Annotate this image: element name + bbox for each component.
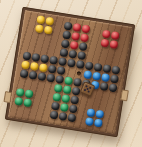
start-area-bottom-right [84, 107, 106, 129]
game-board [5, 7, 135, 137]
start-area-top-right [99, 29, 121, 51]
start-cell [22, 98, 33, 109]
marble-yellow [34, 24, 43, 33]
empty-hole [76, 71, 81, 76]
start-cell [109, 39, 120, 50]
start-area-bottom-left [13, 87, 35, 109]
marble-green [23, 98, 32, 107]
marble-red [109, 40, 118, 49]
die-pip [83, 89, 86, 92]
die-pip [85, 84, 88, 87]
marble-green [14, 97, 23, 106]
marble-yellow [36, 15, 45, 24]
start-cell [93, 118, 104, 129]
marble-blue [86, 108, 95, 117]
marble-red [102, 29, 111, 38]
marble-blue [95, 109, 104, 118]
marble-yellow [44, 26, 53, 35]
marble-blue [94, 119, 103, 128]
start-cell [43, 25, 54, 36]
marble-red [111, 31, 120, 40]
marble-green [25, 89, 34, 98]
floor-background [0, 0, 142, 147]
die-pip [89, 86, 92, 89]
marble-blue [85, 117, 94, 126]
marble-green [15, 88, 24, 97]
start-area-top-left [34, 14, 56, 36]
die-pip [86, 87, 89, 90]
marble-red [100, 39, 109, 48]
marble-yellow [45, 16, 54, 25]
board-face [8, 10, 132, 134]
die-pip [87, 90, 90, 93]
